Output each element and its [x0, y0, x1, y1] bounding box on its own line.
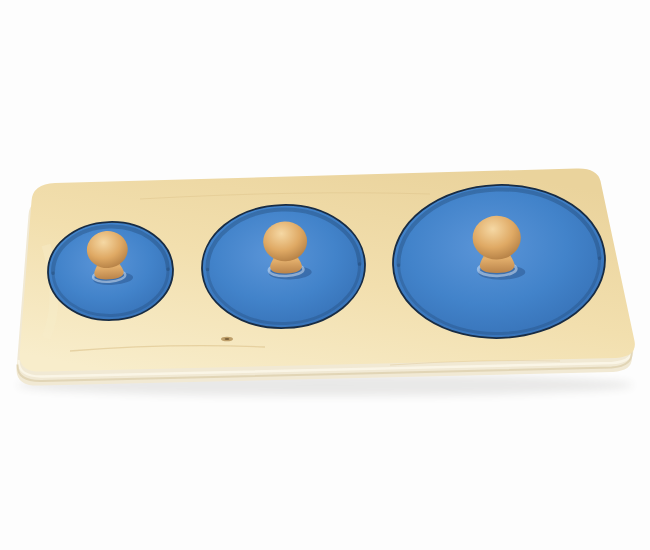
puzzle-scene [0, 0, 650, 550]
product-photo [0, 0, 650, 550]
wood-knot [225, 338, 230, 340]
